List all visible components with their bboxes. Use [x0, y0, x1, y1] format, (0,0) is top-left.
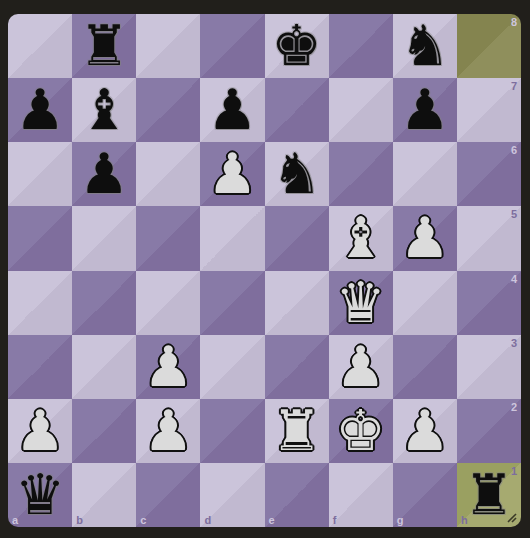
board-resize-handle[interactable]	[505, 511, 519, 525]
square-d2[interactable]	[200, 399, 264, 463]
square-h2[interactable]: 2	[457, 399, 521, 463]
square-a7[interactable]: ♟︎	[8, 78, 72, 142]
black-pawn[interactable]: ♟︎	[72, 142, 136, 206]
black-knight[interactable]: ♞︎	[265, 142, 329, 206]
black-rook[interactable]: ♜︎	[72, 14, 136, 78]
chess-board: ♜︎♚︎♞︎8♟︎♝︎♟︎♟︎7♟︎♟︎♞︎6♝︎♟︎5♛︎4♟︎♟︎3♟︎♟︎…	[8, 14, 521, 527]
page-background: { "game": "chess", "position": { "fen": …	[0, 0, 530, 538]
square-c2[interactable]: ♟︎	[136, 399, 200, 463]
file-label-d: d	[204, 514, 211, 526]
file-label-a: a	[12, 514, 18, 526]
rank-label-2: 2	[511, 401, 517, 413]
white-queen[interactable]: ♛︎	[329, 271, 393, 335]
square-e6[interactable]: ♞︎	[265, 142, 329, 206]
square-a3[interactable]	[8, 335, 72, 399]
square-g3[interactable]	[393, 335, 457, 399]
square-g6[interactable]	[393, 142, 457, 206]
square-g2[interactable]: ♟︎	[393, 399, 457, 463]
square-f1[interactable]: f	[329, 463, 393, 527]
square-d1[interactable]: d	[200, 463, 264, 527]
white-pawn[interactable]: ♟︎	[136, 335, 200, 399]
square-c3[interactable]: ♟︎	[136, 335, 200, 399]
square-a1[interactable]: ♛︎a	[8, 463, 72, 527]
square-d8[interactable]	[200, 14, 264, 78]
rank-label-1: 1	[511, 465, 517, 477]
square-h3[interactable]: 3	[457, 335, 521, 399]
white-pawn[interactable]: ♟︎	[393, 206, 457, 270]
square-f6[interactable]	[329, 142, 393, 206]
square-b8[interactable]: ♜︎	[72, 14, 136, 78]
square-g7[interactable]: ♟︎	[393, 78, 457, 142]
square-b4[interactable]	[72, 271, 136, 335]
black-pawn[interactable]: ♟︎	[200, 78, 264, 142]
rank-label-4: 4	[511, 273, 517, 285]
square-h6[interactable]: 6	[457, 142, 521, 206]
file-label-e: e	[269, 514, 275, 526]
square-f7[interactable]	[329, 78, 393, 142]
square-h8[interactable]: 8	[457, 14, 521, 78]
square-e4[interactable]	[265, 271, 329, 335]
square-b2[interactable]	[72, 399, 136, 463]
white-pawn[interactable]: ♟︎	[329, 335, 393, 399]
file-label-c: c	[140, 514, 146, 526]
rank-label-8: 8	[511, 16, 517, 28]
square-h7[interactable]: 7	[457, 78, 521, 142]
square-g5[interactable]: ♟︎	[393, 206, 457, 270]
square-f5[interactable]: ♝︎	[329, 206, 393, 270]
black-bishop[interactable]: ♝︎	[72, 78, 136, 142]
square-e8[interactable]: ♚︎	[265, 14, 329, 78]
square-g8[interactable]: ♞︎	[393, 14, 457, 78]
square-a5[interactable]	[8, 206, 72, 270]
square-h4[interactable]: 4	[457, 271, 521, 335]
square-c1[interactable]: c	[136, 463, 200, 527]
black-pawn[interactable]: ♟︎	[393, 78, 457, 142]
square-e2[interactable]: ♜︎	[265, 399, 329, 463]
file-label-g: g	[397, 514, 404, 526]
white-pawn[interactable]: ♟︎	[200, 142, 264, 206]
square-b5[interactable]	[72, 206, 136, 270]
square-g1[interactable]: g	[393, 463, 457, 527]
square-d4[interactable]	[200, 271, 264, 335]
white-pawn[interactable]: ♟︎	[393, 399, 457, 463]
resize-grip-icon	[505, 511, 519, 525]
rank-label-6: 6	[511, 144, 517, 156]
square-f8[interactable]	[329, 14, 393, 78]
square-c7[interactable]	[136, 78, 200, 142]
file-label-h: h	[461, 514, 468, 526]
square-d7[interactable]: ♟︎	[200, 78, 264, 142]
black-knight[interactable]: ♞︎	[393, 14, 457, 78]
square-c4[interactable]	[136, 271, 200, 335]
square-e7[interactable]	[265, 78, 329, 142]
square-c8[interactable]	[136, 14, 200, 78]
black-king[interactable]: ♚︎	[265, 14, 329, 78]
white-rook[interactable]: ♜︎	[265, 399, 329, 463]
rank-label-7: 7	[511, 80, 517, 92]
square-d5[interactable]	[200, 206, 264, 270]
square-h5[interactable]: 5	[457, 206, 521, 270]
square-a4[interactable]	[8, 271, 72, 335]
square-f4[interactable]: ♛︎	[329, 271, 393, 335]
square-a6[interactable]	[8, 142, 72, 206]
square-e3[interactable]	[265, 335, 329, 399]
square-b1[interactable]: b	[72, 463, 136, 527]
square-f2[interactable]: ♚︎	[329, 399, 393, 463]
square-c6[interactable]	[136, 142, 200, 206]
file-label-b: b	[76, 514, 83, 526]
square-a2[interactable]: ♟︎	[8, 399, 72, 463]
square-c5[interactable]	[136, 206, 200, 270]
file-label-f: f	[333, 514, 337, 526]
white-king[interactable]: ♚︎	[329, 399, 393, 463]
square-e1[interactable]: e	[265, 463, 329, 527]
square-f3[interactable]: ♟︎	[329, 335, 393, 399]
white-pawn[interactable]: ♟︎	[136, 399, 200, 463]
white-bishop[interactable]: ♝︎	[329, 206, 393, 270]
white-pawn[interactable]: ♟︎	[8, 399, 72, 463]
square-d6[interactable]: ♟︎	[200, 142, 264, 206]
square-b7[interactable]: ♝︎	[72, 78, 136, 142]
square-g4[interactable]	[393, 271, 457, 335]
black-pawn[interactable]: ♟︎	[8, 78, 72, 142]
square-d3[interactable]	[200, 335, 264, 399]
rank-label-3: 3	[511, 337, 517, 349]
square-e5[interactable]	[265, 206, 329, 270]
square-a8[interactable]	[8, 14, 72, 78]
square-b3[interactable]	[72, 335, 136, 399]
rank-label-5: 5	[511, 208, 517, 220]
square-b6[interactable]: ♟︎	[72, 142, 136, 206]
